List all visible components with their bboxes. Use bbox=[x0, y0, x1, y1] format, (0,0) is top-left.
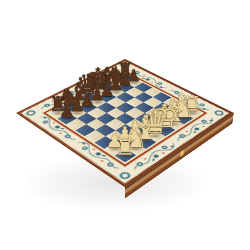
black-pawn-a7[interactable]: ♟ bbox=[59, 102, 75, 120]
rosette-icon bbox=[25, 109, 38, 116]
product-photo-scene: ♜♞♝♛♚♝♞♜♟♟♟♟♟♟♟♟♟♟♟♟♟♟♟♟♜♞♝♛♚♝♞♜ bbox=[0, 0, 250, 250]
square-b5[interactable] bbox=[86, 119, 106, 131]
brass-clasp-icon bbox=[180, 149, 185, 158]
rosette-icon bbox=[118, 171, 133, 181]
square-a4[interactable] bbox=[85, 130, 105, 142]
square-a5[interactable] bbox=[75, 124, 95, 136]
rosette-icon bbox=[213, 109, 226, 116]
white-rook-a1[interactable]: ♜ bbox=[115, 134, 136, 157]
square-c5[interactable] bbox=[96, 113, 115, 124]
